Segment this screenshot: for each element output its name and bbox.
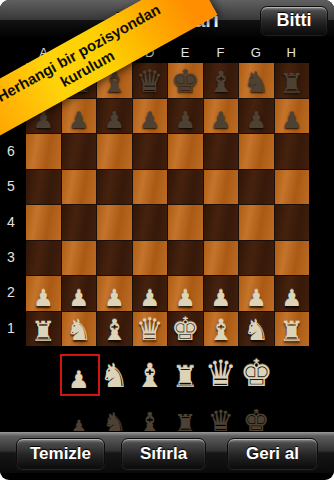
square-c5[interactable] <box>97 170 132 205</box>
white-knight: ♞ <box>99 359 129 392</box>
tray-black-bishop[interactable]: ♝ <box>132 392 168 436</box>
square-b7[interactable]: ♟ <box>62 99 97 134</box>
square-e5[interactable] <box>168 170 203 205</box>
white-pawn: ♟ <box>139 287 160 310</box>
tray-black-rook[interactable]: ♜ <box>168 392 204 436</box>
white-bishop: ♝ <box>208 316 234 345</box>
white-king: ♚ <box>171 313 200 345</box>
black-knight: ♞ <box>243 68 269 97</box>
square-c7[interactable]: ♟ <box>97 99 132 134</box>
black-pawn: ♟ <box>68 109 89 132</box>
square-g3[interactable] <box>239 241 274 276</box>
white-pawn: ♟ <box>33 287 54 310</box>
rank-label-6: 6 <box>0 134 22 169</box>
white-pawn: ♟ <box>104 287 125 310</box>
square-d5[interactable] <box>133 170 168 205</box>
black-pawn: ♟ <box>210 109 231 132</box>
square-e2[interactable]: ♟ <box>168 276 203 311</box>
square-c6[interactable] <box>97 134 132 169</box>
square-f2[interactable]: ♟ <box>204 276 239 311</box>
square-h4[interactable] <box>275 205 310 240</box>
square-f4[interactable] <box>204 205 239 240</box>
bottom-toolbar: Temizle Sıfırla Geri al <box>0 431 334 473</box>
square-a6[interactable] <box>26 134 61 169</box>
black-pawn: ♟ <box>104 109 125 132</box>
square-f8[interactable]: ♝ <box>204 63 239 98</box>
file-label-h: H <box>274 45 309 60</box>
rank-label-3: 3 <box>0 240 22 275</box>
square-e3[interactable] <box>168 241 203 276</box>
black-pawn: ♟ <box>246 109 267 132</box>
black-king: ♚ <box>171 65 200 97</box>
square-g8[interactable]: ♞ <box>239 63 274 98</box>
square-g6[interactable] <box>239 134 274 169</box>
square-d3[interactable] <box>133 241 168 276</box>
square-h3[interactable] <box>275 241 310 276</box>
square-h2[interactable]: ♟ <box>275 276 310 311</box>
square-c1[interactable]: ♝ <box>97 312 132 347</box>
square-a3[interactable] <box>26 241 61 276</box>
square-h8[interactable]: ♜ <box>275 63 310 98</box>
square-g7[interactable]: ♟ <box>239 99 274 134</box>
square-b5[interactable] <box>62 170 97 205</box>
black-pawn: ♟ <box>175 109 196 132</box>
square-b2[interactable]: ♟ <box>62 276 97 311</box>
square-h1[interactable]: ♜ <box>275 312 310 347</box>
black-bishop: ♝ <box>208 68 234 97</box>
black-pawn: ♟ <box>281 109 302 132</box>
reset-button[interactable]: Sıfırla <box>121 438 206 469</box>
tray-white-bishop[interactable]: ♝ <box>132 344 168 392</box>
square-h7[interactable]: ♟ <box>275 99 310 134</box>
square-d2[interactable]: ♟ <box>133 276 168 311</box>
square-c3[interactable] <box>97 241 132 276</box>
square-d4[interactable] <box>133 205 168 240</box>
rank-label-5: 5 <box>0 169 22 204</box>
square-e7[interactable]: ♟ <box>168 99 203 134</box>
square-d8[interactable]: ♛ <box>133 63 168 98</box>
square-g2[interactable]: ♟ <box>239 276 274 311</box>
square-a2[interactable]: ♟ <box>26 276 61 311</box>
white-king: ♚ <box>240 355 273 392</box>
file-label-e: E <box>168 45 203 60</box>
tray-black-king[interactable]: ♚ <box>239 392 275 436</box>
square-b1[interactable]: ♞ <box>62 312 97 347</box>
square-f1[interactable]: ♝ <box>204 312 239 347</box>
chess-setup-screen: Maç taşları Bitti ABCDEFGH 87654321 ♜♞♝♛… <box>0 0 334 480</box>
black-queen: ♛ <box>136 66 164 97</box>
white-queen: ♛ <box>136 314 164 345</box>
square-b4[interactable] <box>62 205 97 240</box>
square-c2[interactable]: ♟ <box>97 276 132 311</box>
white-pawn: ♟ <box>210 287 231 310</box>
tray-white-knight[interactable]: ♞ <box>97 344 133 392</box>
white-rook: ♜ <box>31 318 55 345</box>
square-e1[interactable]: ♚ <box>168 312 203 347</box>
tray-black-queen[interactable]: ♛ <box>203 392 239 436</box>
square-d7[interactable]: ♟ <box>133 99 168 134</box>
undo-button[interactable]: Geri al <box>227 438 318 469</box>
tray-black-knight[interactable]: ♞ <box>97 392 133 436</box>
white-knight: ♞ <box>66 316 92 345</box>
square-f7[interactable]: ♟ <box>204 99 239 134</box>
white-queen: ♛ <box>205 356 237 392</box>
selection-box <box>60 354 100 396</box>
square-f5[interactable] <box>204 170 239 205</box>
square-b3[interactable] <box>62 241 97 276</box>
square-a1[interactable]: ♜ <box>26 312 61 347</box>
done-button[interactable]: Bitti <box>260 6 328 35</box>
square-f6[interactable] <box>204 134 239 169</box>
tray-black-row: ♟♞♝♜♛♚ <box>61 392 274 436</box>
square-g5[interactable] <box>239 170 274 205</box>
white-pawn: ♟ <box>175 287 196 310</box>
square-d1[interactable]: ♛ <box>133 312 168 347</box>
black-rook: ♜ <box>280 70 304 97</box>
tray-white-rook[interactable]: ♜ <box>168 344 204 392</box>
square-e6[interactable] <box>168 134 203 169</box>
white-knight: ♞ <box>243 316 269 345</box>
square-e4[interactable] <box>168 205 203 240</box>
square-f3[interactable] <box>204 241 239 276</box>
rank-label-1: 1 <box>0 311 22 346</box>
square-b6[interactable] <box>62 134 97 169</box>
white-pawn: ♟ <box>246 287 267 310</box>
square-h6[interactable] <box>275 134 310 169</box>
rank-label-2: 2 <box>0 275 22 310</box>
white-bishop: ♝ <box>135 359 165 392</box>
file-label-g: G <box>238 45 273 60</box>
board: ♜♞♝♛♚♝♞♜♟♟♟♟♟♟♟♟♟♟♟♟♟♟♟♟♜♞♝♛♚♝♞♜ <box>26 63 309 346</box>
black-pawn: ♟ <box>139 109 160 132</box>
tray-white-king[interactable]: ♚ <box>239 344 275 392</box>
square-e8[interactable]: ♚ <box>168 63 203 98</box>
square-d6[interactable] <box>133 134 168 169</box>
square-g1[interactable]: ♞ <box>239 312 274 347</box>
tray-white-queen[interactable]: ♛ <box>203 344 239 392</box>
rank-label-4: 4 <box>0 205 22 240</box>
square-c4[interactable] <box>97 205 132 240</box>
white-pawn: ♟ <box>68 287 89 310</box>
square-a4[interactable] <box>26 205 61 240</box>
square-g4[interactable] <box>239 205 274 240</box>
square-h5[interactable] <box>275 170 310 205</box>
file-label-f: F <box>203 45 238 60</box>
white-pawn: ♟ <box>281 287 302 310</box>
tray-black-pawn[interactable]: ♟ <box>61 392 97 436</box>
clear-button[interactable]: Temizle <box>16 438 105 469</box>
white-rook: ♜ <box>280 318 304 345</box>
white-bishop: ♝ <box>101 316 127 345</box>
white-rook: ♜ <box>172 362 199 392</box>
square-a5[interactable] <box>26 170 61 205</box>
